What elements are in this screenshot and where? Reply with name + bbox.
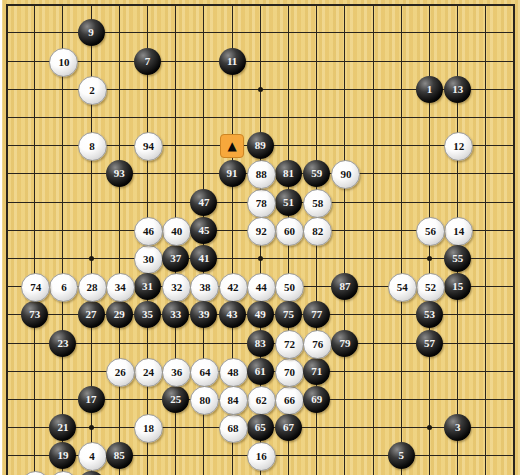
stone-white-26[interactable]: 26 [106,358,135,387]
stone-black-5[interactable]: 5 [388,442,415,469]
stone-white-46[interactable]: 46 [134,217,163,246]
grid-line-horizontal-1 [6,4,516,6]
stone-white-2[interactable]: 2 [78,76,107,105]
stone-black-89[interactable]: 89 [247,132,274,159]
stone-white-16[interactable]: 16 [247,442,276,471]
stone-white-42[interactable]: 42 [219,273,248,302]
stone-black-69[interactable]: 69 [303,386,330,413]
stone-black-43[interactable]: 43 [219,301,246,328]
stone-black-11[interactable]: 11 [219,48,246,75]
stone-black-29[interactable]: 29 [106,301,133,328]
grid-line-vertical-1 [6,5,8,475]
stone-white-94[interactable]: 94 [134,132,163,161]
grid-line-vertical-15 [401,5,402,475]
star-point [258,87,263,92]
stone-black-51[interactable]: 51 [275,189,302,216]
stone-white-30[interactable]: 30 [134,245,163,274]
stone-white-8[interactable]: 8 [78,132,107,161]
go-board[interactable]: ▲ 12345678910111213141516171819212324252… [0,0,520,475]
grid-line-vertical-13 [344,5,345,475]
star-point [427,256,432,261]
stone-black-71[interactable]: 71 [303,358,330,385]
stone-black-13[interactable]: 13 [444,76,471,103]
grid-line-vertical-2 [34,5,35,475]
stone-black-17[interactable]: 17 [78,386,105,413]
grid-line-vertical-5 [119,5,120,475]
stone-white-24[interactable]: 24 [134,358,163,387]
star-point [258,256,263,261]
stone-white-92[interactable]: 92 [247,217,276,246]
stone-black-55[interactable]: 55 [444,245,471,272]
triangle-move-marker: ▲ [220,134,244,158]
stone-black-27[interactable]: 27 [78,301,105,328]
grid-line-horizontal-5 [6,117,516,118]
stone-white-82[interactable]: 82 [303,217,332,246]
stone-black-47[interactable]: 47 [190,189,217,216]
grid-line-horizontal-3 [6,61,516,62]
stone-black-1[interactable]: 1 [416,76,443,103]
stone-white-36[interactable]: 36 [162,358,191,387]
stone-black-37[interactable]: 37 [162,245,189,272]
stone-white-40[interactable]: 40 [162,217,191,246]
stone-white-54[interactable]: 54 [388,273,417,302]
stone-white-18[interactable]: 18 [134,414,163,443]
stone-black-61[interactable]: 61 [247,358,274,385]
stone-white-76[interactable]: 76 [303,330,332,359]
stone-white-50[interactable]: 50 [275,273,304,302]
stone-black-9[interactable]: 9 [78,19,105,46]
grid-line-vertical-14 [373,5,374,475]
stone-black-57[interactable]: 57 [416,330,443,357]
stone-black-65[interactable]: 65 [247,414,274,441]
stone-black-91[interactable]: 91 [219,160,246,187]
stone-white-48[interactable]: 48 [219,358,248,387]
stone-white-58[interactable]: 58 [303,189,332,218]
stone-white-14[interactable]: 14 [444,217,473,246]
stone-white-34[interactable]: 34 [106,273,135,302]
stone-black-93[interactable]: 93 [106,160,133,187]
stone-black-49[interactable]: 49 [247,301,274,328]
stone-white-68[interactable]: 68 [219,414,248,443]
stone-black-85[interactable]: 85 [106,442,133,469]
stone-white-72[interactable]: 72 [275,330,304,359]
stone-black-31[interactable]: 31 [134,273,161,300]
stone-white-66[interactable]: 66 [275,386,304,415]
star-point [89,425,94,430]
stone-white-70[interactable]: 70 [275,358,304,387]
stone-white-28[interactable]: 28 [78,273,107,302]
grid-line-vertical-19 [513,5,515,475]
stone-black-23[interactable]: 23 [49,330,76,357]
stone-black-45[interactable]: 45 [190,217,217,244]
stone-white-64[interactable]: 64 [190,358,219,387]
stone-white-88[interactable]: 88 [247,160,276,189]
stone-black-25[interactable]: 25 [162,386,189,413]
stone-white-52[interactable]: 52 [416,273,445,302]
star-point [89,256,94,261]
stone-white-4[interactable]: 4 [78,442,107,471]
stone-white-62[interactable]: 62 [247,386,276,415]
stone-white-60[interactable]: 60 [275,217,304,246]
grid-line-vertical-18 [485,5,486,475]
stone-black-83[interactable]: 83 [247,330,274,357]
stone-black-7[interactable]: 7 [134,48,161,75]
stone-white-78[interactable]: 78 [247,189,276,218]
stone-white-84[interactable]: 84 [219,386,248,415]
stone-white-56[interactable]: 56 [416,217,445,246]
stone-white-44[interactable]: 44 [247,273,276,302]
stone-white-10[interactable]: 10 [49,48,78,77]
stone-black-79[interactable]: 79 [331,330,358,357]
window-left-margin [0,0,2,475]
stone-black-67[interactable]: 67 [275,414,302,441]
